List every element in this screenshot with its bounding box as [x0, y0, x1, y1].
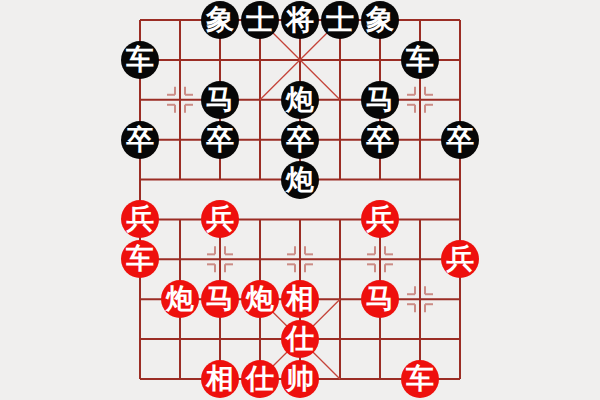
piece-red-chariot[interactable]: 车 [121, 240, 159, 278]
piece-red-soldier[interactable]: 兵 [201, 200, 239, 238]
piece-black-soldier[interactable]: 卒 [201, 121, 239, 159]
piece-red-cannon[interactable]: 炮 [161, 280, 199, 318]
piece-black-soldier[interactable]: 卒 [441, 121, 479, 159]
piece-red-elephant[interactable]: 相 [201, 360, 239, 398]
piece-black-soldier[interactable]: 卒 [121, 121, 159, 159]
piece-black-advisor[interactable]: 士 [321, 1, 359, 39]
xiangqi-app: 象士将士象车车马炮马卒卒卒卒卒炮兵兵兵车兵炮马炮相马仕相仕帅车 [0, 0, 600, 400]
piece-black-advisor[interactable]: 士 [241, 1, 279, 39]
piece-black-chariot[interactable]: 车 [121, 41, 159, 79]
piece-black-elephant[interactable]: 象 [361, 1, 399, 39]
piece-red-horse[interactable]: 马 [201, 280, 239, 318]
piece-red-advisor[interactable]: 仕 [281, 320, 319, 358]
piece-black-soldier[interactable]: 卒 [281, 121, 319, 159]
piece-red-soldier[interactable]: 兵 [361, 200, 399, 238]
piece-black-chariot[interactable]: 车 [401, 41, 439, 79]
piece-red-cannon[interactable]: 炮 [241, 280, 279, 318]
piece-red-soldier[interactable]: 兵 [121, 200, 159, 238]
piece-red-horse[interactable]: 马 [361, 280, 399, 318]
piece-red-elephant[interactable]: 相 [281, 280, 319, 318]
piece-red-soldier[interactable]: 兵 [441, 240, 479, 278]
piece-black-elephant[interactable]: 象 [201, 1, 239, 39]
piece-black-cannon[interactable]: 炮 [281, 81, 319, 119]
piece-black-cannon[interactable]: 炮 [281, 161, 319, 199]
piece-red-chariot[interactable]: 车 [401, 360, 439, 398]
piece-red-advisor[interactable]: 仕 [241, 360, 279, 398]
piece-red-general[interactable]: 帅 [281, 360, 319, 398]
piece-black-general[interactable]: 将 [281, 1, 319, 39]
piece-black-horse[interactable]: 马 [201, 81, 239, 119]
piece-black-horse[interactable]: 马 [361, 81, 399, 119]
piece-black-soldier[interactable]: 卒 [361, 121, 399, 159]
